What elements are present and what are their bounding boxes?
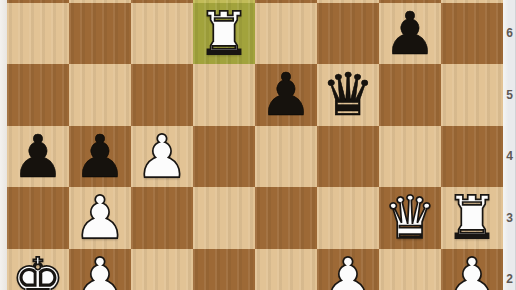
square-f5[interactable]: ♛ (317, 64, 379, 126)
square-a2[interactable]: ♚ (7, 249, 69, 290)
square-e4[interactable] (255, 126, 317, 188)
rank-label-3: 3 (503, 211, 516, 225)
square-h4[interactable] (441, 126, 503, 188)
square-g5[interactable] (379, 64, 441, 126)
rank-label-5: 5 (503, 88, 516, 102)
square-b2[interactable]: ♟ (69, 249, 131, 290)
white-pawn[interactable]: ♟ (317, 249, 379, 290)
square-c2[interactable] (131, 249, 193, 290)
white-rook[interactable]: ♜ (193, 3, 255, 65)
square-b4[interactable]: ♟ (69, 126, 131, 188)
rank-coordinates-strip: 65432 (503, 0, 516, 290)
square-f6[interactable] (317, 3, 379, 65)
square-g6[interactable]: ♟ (379, 3, 441, 65)
square-d4[interactable] (193, 126, 255, 188)
white-pawn[interactable]: ♟ (131, 126, 193, 188)
rank-label-4: 4 (503, 149, 516, 163)
square-a4[interactable]: ♟ (7, 126, 69, 188)
square-b3[interactable]: ♟ (69, 187, 131, 249)
black-pawn[interactable]: ♟ (255, 64, 317, 126)
chess-app-window: ♜♟♟♛♟♟♟♟♛♜♚♟♟♟ 65432 (0, 0, 516, 290)
black-pawn[interactable]: ♟ (379, 3, 441, 65)
square-h3[interactable]: ♜ (441, 187, 503, 249)
black-pawn[interactable]: ♟ (69, 126, 131, 188)
square-c4[interactable]: ♟ (131, 126, 193, 188)
square-c5[interactable] (131, 64, 193, 126)
square-b5[interactable] (69, 64, 131, 126)
square-f4[interactable] (317, 126, 379, 188)
page-background-strip (0, 0, 7, 290)
rank-label-2: 2 (503, 272, 516, 286)
square-e3[interactable] (255, 187, 317, 249)
square-a6[interactable] (7, 3, 69, 65)
white-king[interactable]: ♚ (7, 249, 69, 290)
square-d3[interactable] (193, 187, 255, 249)
square-h5[interactable] (441, 64, 503, 126)
white-pawn[interactable]: ♟ (69, 249, 131, 290)
white-pawn[interactable]: ♟ (441, 249, 503, 290)
white-pawn[interactable]: ♟ (69, 187, 131, 249)
square-f2[interactable]: ♟ (317, 249, 379, 290)
rank-label-6: 6 (503, 26, 516, 40)
square-g3[interactable]: ♛ (379, 187, 441, 249)
chess-board: ♜♟♟♛♟♟♟♟♛♜♚♟♟♟ (7, 0, 503, 290)
square-a3[interactable] (7, 187, 69, 249)
square-b6[interactable] (69, 3, 131, 65)
square-d5[interactable] (193, 64, 255, 126)
white-queen[interactable]: ♛ (379, 187, 441, 249)
square-a5[interactable] (7, 64, 69, 126)
square-f3[interactable] (317, 187, 379, 249)
white-rook[interactable]: ♜ (441, 187, 503, 249)
square-e2[interactable] (255, 249, 317, 290)
square-h2[interactable]: ♟ (441, 249, 503, 290)
square-c6[interactable] (131, 3, 193, 65)
square-g4[interactable] (379, 126, 441, 188)
square-c3[interactable] (131, 187, 193, 249)
black-queen[interactable]: ♛ (317, 64, 379, 126)
square-e5[interactable]: ♟ (255, 64, 317, 126)
black-pawn[interactable]: ♟ (7, 126, 69, 188)
square-e6[interactable] (255, 3, 317, 65)
square-g2[interactable] (379, 249, 441, 290)
square-h6[interactable] (441, 3, 503, 65)
square-d6[interactable]: ♜ (193, 3, 255, 65)
square-d2[interactable] (193, 249, 255, 290)
